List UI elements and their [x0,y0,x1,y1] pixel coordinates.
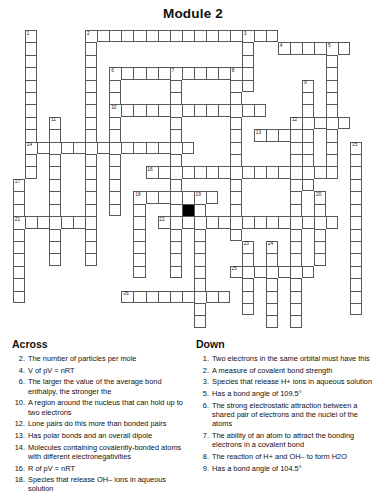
grid-cell[interactable] [350,154,362,166]
grid-cell[interactable] [146,191,158,203]
grid-cell[interactable] [242,253,254,265]
grid-cell[interactable] [97,142,109,154]
grid-cell[interactable] [25,42,37,54]
grid-cell[interactable] [133,30,145,42]
grid-cell[interactable] [290,204,302,216]
grid-cell[interactable] [170,92,182,104]
grid-cell[interactable] [73,216,85,228]
grid-cell[interactable] [350,303,362,315]
grid-cell[interactable] [133,229,145,241]
clue-num-label: 6. [196,401,212,429]
grid-cell[interactable] [13,241,25,253]
grid-cell[interactable] [109,80,121,92]
grid-cell[interactable] [194,266,206,278]
grid-cell[interactable] [25,216,37,228]
grid-cell[interactable] [182,142,194,154]
grid-cell[interactable] [13,204,25,216]
grid-cell[interactable] [206,30,218,42]
grid-cell[interactable]: 26 [121,291,133,303]
grid-cell[interactable] [242,55,254,67]
grid-cell[interactable] [182,67,194,79]
grid-cell[interactable] [290,216,302,228]
grid-cell[interactable] [13,278,25,290]
grid-cell[interactable] [314,204,326,216]
across-clue: 16.R of pV = nRT [12,464,188,473]
grid-cell[interactable]: 22 [158,216,170,228]
grid-cell[interactable]: 13 [254,129,266,141]
grid-cell[interactable] [290,229,302,241]
grid-cell[interactable] [254,266,266,278]
grid-cell[interactable] [326,104,338,116]
grid-cell[interactable] [290,142,302,154]
grid-cell[interactable] [25,80,37,92]
grid-cell[interactable] [49,179,61,191]
grid-cell[interactable] [290,278,302,290]
grid-cell[interactable] [13,191,25,203]
clue-num-label: 8. [196,452,212,461]
grid-cell[interactable] [326,92,338,104]
grid-cell[interactable] [266,30,278,42]
grid-cell[interactable] [266,216,278,228]
grid-cell[interactable] [302,104,314,116]
grid-cell[interactable] [290,315,302,327]
grid-cell[interactable]: 25 [230,266,242,278]
grid-cell[interactable]: 18 [133,191,145,203]
grid-cell[interactable] [146,67,158,79]
grid-cell[interactable] [230,216,242,228]
grid-cell[interactable] [49,142,61,154]
grid-cell[interactable] [133,216,145,228]
clue-text: Has a bond angle of 109.5° [212,389,380,398]
grid-cell[interactable] [314,117,326,129]
grid-cell[interactable] [85,166,97,178]
grid-cell[interactable] [194,67,206,79]
grid-cell[interactable]: 10 [109,104,121,116]
grid-cell[interactable] [85,191,97,203]
grid-cell[interactable] [170,253,182,265]
grid-cell[interactable] [194,315,206,327]
grid-cell[interactable] [242,166,254,178]
grid-cell[interactable] [109,191,121,203]
grid-cell[interactable] [170,179,182,191]
grid-cell[interactable] [121,142,133,154]
grid-cell[interactable] [326,166,338,178]
grid-cell[interactable] [314,216,326,228]
grid-cell[interactable] [194,104,206,116]
clue-number-7: 7 [171,68,174,74]
grid-cell[interactable] [158,30,170,42]
grid-cell[interactable] [254,166,266,178]
grid-cell[interactable] [194,166,206,178]
grid-cell[interactable] [242,67,254,79]
grid-cell[interactable]: 1 [25,30,37,42]
grid-cell[interactable] [170,154,182,166]
grid-cell[interactable] [206,191,218,203]
grid-cell[interactable] [350,229,362,241]
grid-cell[interactable] [170,216,182,228]
grid-cell[interactable] [290,241,302,253]
grid-cell[interactable] [170,80,182,92]
grid-cell[interactable] [302,42,314,54]
grid-cell[interactable] [61,142,73,154]
grid-cell[interactable]: 8 [230,67,242,79]
grid-cell[interactable] [230,154,242,166]
grid-cell[interactable] [338,117,350,129]
grid-cell[interactable] [350,204,362,216]
grid-cell[interactable] [206,104,218,116]
clue-number-16: 16 [147,167,152,173]
grid-cell[interactable] [266,166,278,178]
grid-cell[interactable] [350,166,362,178]
grid-cell[interactable] [13,291,25,303]
grid-cell[interactable] [302,129,314,141]
grid-cell[interactable] [290,42,302,54]
grid-cell[interactable] [182,216,194,228]
across-clue: 4.V of pV = nRT [12,366,188,375]
grid-cell[interactable] [278,129,290,141]
grid-cell[interactable] [350,253,362,265]
grid-cell[interactable] [170,142,182,154]
grid-cell[interactable] [133,266,145,278]
grid-cell[interactable] [350,266,362,278]
down-clue: 6.The strong electrostatic attraction be… [196,401,380,429]
grid-cell[interactable] [314,241,326,253]
grid-cell[interactable] [290,166,302,178]
grid-cell[interactable]: 14 [25,142,37,154]
grid-cell[interactable] [85,129,97,141]
grid-cell[interactable] [109,30,121,42]
grid-cell[interactable] [266,315,278,327]
grid-cell[interactable] [37,142,49,154]
grid-cell[interactable] [206,166,218,178]
grid-cell[interactable] [146,104,158,116]
grid-cell[interactable] [170,104,182,116]
grid-cell[interactable] [182,291,194,303]
grid-cell[interactable]: 15 [350,142,362,154]
grid-cell[interactable] [146,142,158,154]
grid-cell[interactable] [254,30,266,42]
grid-cell[interactable] [302,142,314,154]
grid-cell[interactable] [194,229,206,241]
grid-cell[interactable] [290,266,302,278]
grid-cell[interactable]: 17 [13,179,25,191]
grid-cell[interactable] [194,204,206,216]
grid-cell[interactable] [97,30,109,42]
grid-cell[interactable] [290,191,302,203]
grid-cell[interactable] [242,216,254,228]
grid-cell[interactable]: 6 [109,67,121,79]
grid-cell[interactable] [350,291,362,303]
grid-cell[interactable] [61,216,73,228]
grid-cell[interactable] [133,241,145,253]
grid-cell[interactable] [85,216,97,228]
grid-cell[interactable] [290,291,302,303]
clue-num-label: 13. [12,431,28,440]
grid-cell[interactable] [170,129,182,141]
grid-cell[interactable]: 20 [314,191,326,203]
grid-cell[interactable]: 7 [170,67,182,79]
grid-cell[interactable] [302,92,314,104]
grid-cell[interactable] [242,266,254,278]
grid-cell[interactable] [49,191,61,203]
grid-cell[interactable] [290,253,302,265]
down-clue: 9.Has a bond angle of 104.5° [196,464,380,473]
grid-cell[interactable] [85,154,97,166]
down-clue: 7.The ability of an atom to attract the … [196,431,380,449]
grid-cell[interactable] [85,241,97,253]
grid-cell[interactable] [170,117,182,129]
grid-cell[interactable] [49,154,61,166]
grid-cell[interactable] [85,142,97,154]
grid-cell[interactable] [350,278,362,290]
grid-cell[interactable] [230,142,242,154]
across-clue: 2.The number of particles per mole [12,354,188,363]
grid-cell[interactable] [326,154,338,166]
grid-cell[interactable] [218,67,230,79]
grid-cell[interactable] [194,216,206,228]
grid-cell[interactable] [85,92,97,104]
grid-cell[interactable] [121,30,133,42]
grid-cell[interactable] [242,303,254,315]
grid-cell[interactable] [302,179,314,191]
grid-cell[interactable] [194,253,206,265]
grid-cell[interactable] [194,278,206,290]
grid-cell[interactable] [266,303,278,315]
grid-cell[interactable] [146,30,158,42]
grid-cell[interactable] [49,216,61,228]
page-title: Module 2 [0,6,386,21]
grid-cell[interactable] [230,92,242,104]
grid-cell[interactable] [170,191,182,203]
grid-cell[interactable] [218,216,230,228]
grid-cell[interactable] [85,117,97,129]
grid-cell[interactable] [182,191,194,203]
grid-cell[interactable] [206,67,218,79]
grid-cell[interactable] [13,266,25,278]
grid-cell[interactable] [230,179,242,191]
clue-num-label: 18. [12,475,28,493]
grid-cell[interactable] [170,266,182,278]
grid-cell[interactable] [37,216,49,228]
grid-cell[interactable] [302,216,314,228]
grid-cell[interactable] [158,166,170,178]
grid-cell[interactable]: 12 [290,117,302,129]
grid-cell[interactable] [49,229,61,241]
clue-number-22: 22 [159,217,164,223]
grid-cell[interactable] [278,166,290,178]
grid-cell[interactable]: 5 [326,42,338,54]
grid-cell[interactable] [158,291,170,303]
grid-cell[interactable] [206,216,218,228]
grid-cell[interactable] [73,142,85,154]
grid-cell[interactable] [254,104,266,116]
grid-cell[interactable] [182,30,194,42]
grid-cell[interactable] [266,291,278,303]
grid-cell[interactable] [158,142,170,154]
grid-cell[interactable] [350,179,362,191]
grid-cell[interactable] [85,179,97,191]
grid-cell[interactable] [13,229,25,241]
grid-cell[interactable] [133,104,145,116]
grid-cell[interactable] [266,253,278,265]
grid-cell[interactable] [109,142,121,154]
grid-cell[interactable] [133,67,145,79]
grid-cell[interactable] [158,104,170,116]
grid-cell[interactable] [314,253,326,265]
grid-cell[interactable] [170,291,182,303]
grid-cell[interactable] [326,129,338,141]
grid-cell[interactable] [278,266,290,278]
grid-cell[interactable] [290,303,302,315]
grid-cell[interactable] [133,142,145,154]
grid-cell[interactable] [194,291,206,303]
grid-cell[interactable] [350,241,362,253]
grid-cell[interactable] [278,216,290,228]
grid-cell[interactable] [242,42,254,54]
grid-cell[interactable]: 9 [302,80,314,92]
grid-cell[interactable] [194,241,206,253]
grid-cell[interactable] [170,166,182,178]
grid-cell[interactable] [109,92,121,104]
grid-cell[interactable] [170,229,182,241]
grid-cell[interactable] [49,253,61,265]
grid-cell[interactable] [218,291,230,303]
grid-cell[interactable] [13,253,25,265]
grid-cell[interactable] [49,166,61,178]
grid-cell[interactable] [49,241,61,253]
grid-cell[interactable] [85,55,97,67]
grid-cell[interactable] [242,80,254,92]
grid-cell[interactable] [314,42,326,54]
grid-cell[interactable] [266,278,278,290]
grid-cell[interactable] [25,154,37,166]
grid-cell[interactable] [194,30,206,42]
grid-cell[interactable] [230,129,242,141]
grid-cell[interactable] [242,291,254,303]
grid-cell[interactable] [230,229,242,241]
grid-cell[interactable] [109,117,121,129]
grid-cell[interactable] [302,117,314,129]
grid-cell[interactable] [25,55,37,67]
grid-cell[interactable] [230,30,242,42]
grid-cell[interactable] [85,229,97,241]
grid-cell[interactable]: 11 [49,117,61,129]
grid-cell[interactable] [121,67,133,79]
clue-number-8: 8 [232,68,235,74]
grid-cell[interactable] [85,104,97,116]
grid-cell[interactable] [170,30,182,42]
grid-cell[interactable] [49,129,61,141]
grid-cell[interactable] [25,67,37,79]
grid-cell[interactable] [350,191,362,203]
grid-cell[interactable] [109,154,121,166]
grid-cell[interactable] [266,266,278,278]
grid-cell[interactable] [85,253,97,265]
grid-cell[interactable] [109,179,121,191]
grid-cell[interactable] [326,216,338,228]
grid-cell[interactable] [170,204,182,216]
grid-cell[interactable]: 23 [242,241,254,253]
grid-cell[interactable] [326,117,338,129]
grid-cell[interactable] [85,67,97,79]
grid-cell[interactable] [121,104,133,116]
clue-text: The ability of an atom to attract the bo… [212,431,380,449]
grid-cell[interactable] [230,191,242,203]
grid-cell[interactable] [218,104,230,116]
grid-cell[interactable] [326,80,338,92]
grid-cell[interactable] [230,204,242,216]
grid-cell[interactable] [170,241,182,253]
grid-cell[interactable] [230,166,242,178]
grid-cell[interactable] [230,104,242,116]
grid-cell[interactable] [314,166,326,178]
grid-cell[interactable] [242,278,254,290]
grid-cell[interactable] [326,142,338,154]
grid-cell[interactable] [326,67,338,79]
grid-cell[interactable] [266,129,278,141]
grid-cell[interactable] [25,129,37,141]
grid-cell[interactable] [290,179,302,191]
grid-cell[interactable] [49,204,61,216]
down-header: Down [196,338,380,350]
grid-cell[interactable] [218,166,230,178]
grid-cell[interactable] [182,104,194,116]
grid-cell[interactable] [133,253,145,265]
grid-cell[interactable] [146,291,158,303]
grid-cell[interactable] [158,67,170,79]
grid-cell[interactable]: 16 [146,166,158,178]
grid-cell[interactable] [254,216,266,228]
grid-cell[interactable]: 3 [242,30,254,42]
grid-cell[interactable]: 19 [194,191,206,203]
grid-cell[interactable] [290,154,302,166]
grid-cell[interactable] [85,204,97,216]
grid-cell[interactable]: 4 [278,42,290,54]
grid-cell[interactable] [338,42,350,54]
grid-cell[interactable] [350,216,362,228]
grid-cell[interactable] [302,154,314,166]
grid-cell[interactable] [290,129,302,141]
grid-cell[interactable] [109,129,121,141]
grid-cell[interactable] [109,166,121,178]
grid-cell[interactable] [85,42,97,54]
grid-cell[interactable] [314,229,326,241]
grid-cell[interactable] [242,104,254,116]
grid-cell[interactable] [25,117,37,129]
grid-cell[interactable]: 21 [13,216,25,228]
grid-cell[interactable] [133,204,145,216]
grid-cell[interactable] [206,291,218,303]
grid-cell[interactable]: 24 [266,241,278,253]
grid-cell[interactable] [25,104,37,116]
grid-cell[interactable] [25,166,37,178]
grid-cell[interactable] [133,291,145,303]
grid-cell[interactable] [302,166,314,178]
grid-cell[interactable] [230,80,242,92]
grid-cell[interactable] [230,117,242,129]
grid-cell[interactable] [85,80,97,92]
grid-cell[interactable] [302,266,314,278]
grid-cell[interactable] [109,204,121,216]
grid-cell[interactable] [25,92,37,104]
grid-cell[interactable] [218,30,230,42]
grid-cell[interactable] [326,55,338,67]
grid-cell[interactable] [158,191,170,203]
grid-cell[interactable] [182,166,194,178]
grid-cell[interactable] [194,303,206,315]
grid-cell[interactable]: 2 [85,30,97,42]
clue-num-label: 6. [12,377,28,395]
